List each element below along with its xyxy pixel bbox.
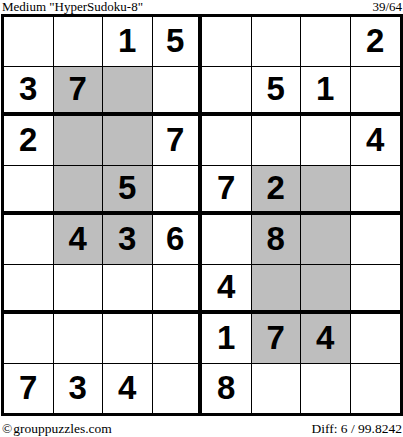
cell-r6c3[interactable] [103,265,153,315]
cell-r1c5[interactable] [202,17,252,67]
cell-r3c3[interactable] [103,116,153,166]
cell-r8c4[interactable] [153,364,203,414]
cell-r6c5[interactable]: 4 [202,265,252,315]
cell-r2c2[interactable]: 7 [54,67,104,117]
cell-r2c8[interactable] [351,67,401,117]
cell-r5c3[interactable]: 3 [103,215,153,265]
cell-r7c2[interactable] [54,314,104,364]
cell-r6c6[interactable] [252,265,302,315]
cell-r4c7[interactable] [301,166,351,216]
header-bar: Medium "HyperSudoku-8" 39/64 [0,0,403,14]
cell-r1c3[interactable]: 1 [103,17,153,67]
cell-r2c3[interactable] [103,67,153,117]
site-name[interactable]: grouppuzzles.com [13,421,112,437]
cell-r3c1[interactable]: 2 [4,116,54,166]
cell-r6c8[interactable] [351,265,401,315]
footer-bar: ©grouppuzzles.com Diff: 6 / 99.8242 [0,421,403,437]
cell-r8c8[interactable] [351,364,401,414]
cell-r1c8[interactable]: 2 [351,17,401,67]
cell-r6c1[interactable] [4,265,54,315]
cell-r5c4[interactable]: 6 [153,215,203,265]
cell-r2c4[interactable] [153,67,203,117]
cell-r1c7[interactable] [301,17,351,67]
cell-r3c2[interactable] [54,116,104,166]
cell-r4c3[interactable]: 5 [103,166,153,216]
cell-r8c2[interactable]: 3 [54,364,104,414]
cell-r3c5[interactable] [202,116,252,166]
cell-r1c4[interactable]: 5 [153,17,203,67]
cell-r1c6[interactable] [252,17,302,67]
cell-r3c8[interactable]: 4 [351,116,401,166]
cell-r6c7[interactable] [301,265,351,315]
cell-r4c8[interactable] [351,166,401,216]
cell-r4c6[interactable]: 2 [252,166,302,216]
cell-r7c8[interactable] [351,314,401,364]
puzzle-title: Medium "HyperSudoku-8" [2,0,143,14]
difficulty: Diff: 6 / 99.8242 [312,421,403,437]
cell-r2c1[interactable]: 3 [4,67,54,117]
cell-r8c3[interactable]: 4 [103,364,153,414]
cell-r5c2[interactable]: 4 [54,215,104,265]
cell-r8c5[interactable]: 8 [202,364,252,414]
progress-counter: 39/64 [372,0,402,14]
cell-r7c1[interactable] [4,314,54,364]
cell-r3c6[interactable] [252,116,302,166]
cell-r5c8[interactable] [351,215,401,265]
cell-r6c4[interactable] [153,265,203,315]
cell-r4c5[interactable]: 7 [202,166,252,216]
cell-r6c2[interactable] [54,265,104,315]
cell-r7c3[interactable] [103,314,153,364]
cell-r2c7[interactable]: 1 [301,67,351,117]
puzzle-page: Medium "HyperSudoku-8" 39/64 15237512745… [0,0,403,437]
cell-r8c1[interactable]: 7 [4,364,54,414]
cell-r4c4[interactable] [153,166,203,216]
cell-r5c5[interactable] [202,215,252,265]
cell-r1c1[interactable] [4,17,54,67]
cell-r2c5[interactable] [202,67,252,117]
cell-r4c2[interactable] [54,166,104,216]
cell-r7c6[interactable]: 7 [252,314,302,364]
cell-r8c6[interactable] [252,364,302,414]
cell-r3c4[interactable]: 7 [153,116,203,166]
cell-r4c1[interactable] [4,166,54,216]
cell-r8c7[interactable] [301,364,351,414]
cell-r3c7[interactable] [301,116,351,166]
cell-r5c1[interactable] [4,215,54,265]
copyright-icon: © [2,421,12,437]
cell-r5c6[interactable]: 8 [252,215,302,265]
cell-r1c2[interactable] [54,17,104,67]
copyright[interactable]: ©grouppuzzles.com [2,421,112,437]
cell-r7c5[interactable]: 1 [202,314,252,364]
cell-r5c7[interactable] [301,215,351,265]
cell-r7c4[interactable] [153,314,203,364]
cell-r2c6[interactable]: 5 [252,67,302,117]
cell-r7c7[interactable]: 4 [301,314,351,364]
sudoku-board: 1523751274572436841747348 [1,14,403,416]
